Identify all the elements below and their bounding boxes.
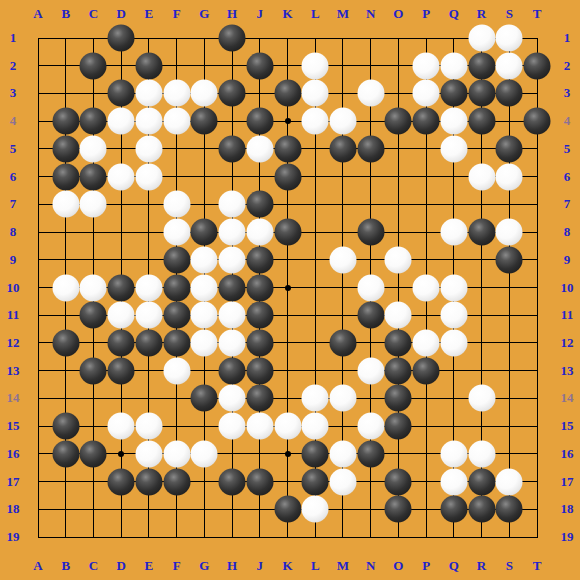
stone-white-g9[interactable] <box>191 246 218 273</box>
stone-black-o17[interactable] <box>385 468 412 495</box>
stone-white-c7[interactable] <box>80 191 107 218</box>
stone-white-s2[interactable] <box>496 52 523 79</box>
stone-black-l16[interactable] <box>302 440 329 467</box>
coord-bottom-e: E <box>145 558 154 574</box>
stone-black-k8[interactable] <box>274 219 301 246</box>
coord-left-16: 16 <box>7 446 20 462</box>
stone-white-h14[interactable] <box>219 385 246 412</box>
coord-right-6: 6 <box>564 169 571 185</box>
coord-bottom-n: N <box>366 558 375 574</box>
coord-top-c: C <box>89 6 98 22</box>
coord-top-h: H <box>227 6 237 22</box>
coord-top-e: E <box>145 6 154 22</box>
stone-white-q11[interactable] <box>440 302 467 329</box>
coord-left-4: 4 <box>10 113 17 129</box>
coord-bottom-a: A <box>33 558 42 574</box>
coord-right-9: 9 <box>564 252 571 268</box>
coord-bottom-l: L <box>311 558 320 574</box>
stone-white-g10[interactable] <box>191 274 218 301</box>
stone-black-l17[interactable] <box>302 468 329 495</box>
stone-white-p10[interactable] <box>413 274 440 301</box>
stone-black-h13[interactable] <box>219 357 246 384</box>
stone-white-e3[interactable] <box>135 80 162 107</box>
star-point-k10 <box>285 285 291 291</box>
coord-top-j: J <box>257 6 264 22</box>
stone-white-q17[interactable] <box>440 468 467 495</box>
stone-white-f3[interactable] <box>163 80 190 107</box>
stone-black-h5[interactable] <box>219 135 246 162</box>
coord-left-9: 9 <box>10 252 17 268</box>
stone-white-s6[interactable] <box>496 163 523 190</box>
coord-bottom-p: P <box>422 558 430 574</box>
coord-bottom-d: D <box>116 558 125 574</box>
stone-black-r2[interactable] <box>468 52 495 79</box>
stone-white-q12[interactable] <box>440 329 467 356</box>
coord-bottom-m: M <box>337 558 349 574</box>
stone-white-e10[interactable] <box>135 274 162 301</box>
coord-bottom-s: S <box>506 558 513 574</box>
stone-white-j15[interactable] <box>246 413 273 440</box>
stone-black-h17[interactable] <box>219 468 246 495</box>
stone-black-k5[interactable] <box>274 135 301 162</box>
coord-left-15: 15 <box>7 418 20 434</box>
coord-left-5: 5 <box>10 141 17 157</box>
coord-top-t: T <box>533 6 542 22</box>
stone-black-h3[interactable] <box>219 80 246 107</box>
coord-top-k: K <box>282 6 292 22</box>
stone-black-d12[interactable] <box>108 329 135 356</box>
star-point-d16 <box>118 451 124 457</box>
stone-black-k3[interactable] <box>274 80 301 107</box>
stone-white-e11[interactable] <box>135 302 162 329</box>
stone-white-m4[interactable] <box>329 108 356 135</box>
stone-black-b6[interactable] <box>52 163 79 190</box>
stone-white-b7[interactable] <box>52 191 79 218</box>
coord-top-b: B <box>61 6 70 22</box>
stone-black-s9[interactable] <box>496 246 523 273</box>
stone-white-p2[interactable] <box>413 52 440 79</box>
coord-left-13: 13 <box>7 363 20 379</box>
coord-bottom-q: Q <box>449 558 459 574</box>
coord-right-11: 11 <box>561 307 573 323</box>
coord-right-7: 7 <box>564 196 571 212</box>
coord-top-r: R <box>477 6 486 22</box>
stone-black-g4[interactable] <box>191 108 218 135</box>
star-point-k4 <box>285 118 291 124</box>
coord-left-14: 14 <box>7 390 20 406</box>
coord-top-a: A <box>33 6 42 22</box>
coord-bottom-c: C <box>89 558 98 574</box>
stone-white-e6[interactable] <box>135 163 162 190</box>
coord-right-1: 1 <box>564 30 571 46</box>
stone-white-b10[interactable] <box>52 274 79 301</box>
stone-black-s5[interactable] <box>496 135 523 162</box>
stone-black-k6[interactable] <box>274 163 301 190</box>
stone-black-f12[interactable] <box>163 329 190 356</box>
stone-black-r18[interactable] <box>468 496 495 523</box>
stone-white-n3[interactable] <box>357 80 384 107</box>
coord-left-8: 8 <box>10 224 17 240</box>
stone-black-m12[interactable] <box>329 329 356 356</box>
stone-white-r14[interactable] <box>468 385 495 412</box>
coord-right-10: 10 <box>561 280 574 296</box>
stone-white-q5[interactable] <box>440 135 467 162</box>
stone-white-r1[interactable] <box>468 25 495 52</box>
grid-vertical-line <box>509 38 510 538</box>
stone-white-p12[interactable] <box>413 329 440 356</box>
stone-white-g11[interactable] <box>191 302 218 329</box>
stone-white-m17[interactable] <box>329 468 356 495</box>
coord-left-1: 1 <box>10 30 17 46</box>
stone-white-s8[interactable] <box>496 219 523 246</box>
stone-black-o14[interactable] <box>385 385 412 412</box>
coord-left-3: 3 <box>10 85 17 101</box>
stone-white-f13[interactable] <box>163 357 190 384</box>
coord-right-17: 17 <box>561 474 574 490</box>
stone-black-c2[interactable] <box>80 52 107 79</box>
coord-right-13: 13 <box>561 363 574 379</box>
coord-bottom-k: K <box>282 558 292 574</box>
stone-black-m5[interactable] <box>329 135 356 162</box>
stone-white-o11[interactable] <box>385 302 412 329</box>
stone-white-s17[interactable] <box>496 468 523 495</box>
stone-white-q8[interactable] <box>440 219 467 246</box>
coord-right-4: 4 <box>564 113 571 129</box>
stone-black-s18[interactable] <box>496 496 523 523</box>
coord-top-n: N <box>366 6 375 22</box>
stone-white-h8[interactable] <box>219 219 246 246</box>
coord-right-2: 2 <box>564 58 571 74</box>
stone-black-b12[interactable] <box>52 329 79 356</box>
stone-white-m14[interactable] <box>329 385 356 412</box>
stone-white-j8[interactable] <box>246 219 273 246</box>
coord-left-18: 18 <box>7 501 20 517</box>
stone-black-j11[interactable] <box>246 302 273 329</box>
stone-white-e16[interactable] <box>135 440 162 467</box>
stone-white-c5[interactable] <box>80 135 107 162</box>
stone-black-k18[interactable] <box>274 496 301 523</box>
stone-black-r4[interactable] <box>468 108 495 135</box>
coord-bottom-f: F <box>173 558 181 574</box>
stone-black-h1[interactable] <box>219 25 246 52</box>
stone-white-e5[interactable] <box>135 135 162 162</box>
stone-black-j13[interactable] <box>246 357 273 384</box>
stone-black-h10[interactable] <box>219 274 246 301</box>
stone-black-e12[interactable] <box>135 329 162 356</box>
stone-black-c13[interactable] <box>80 357 107 384</box>
stone-black-c4[interactable] <box>80 108 107 135</box>
stone-white-g12[interactable] <box>191 329 218 356</box>
stone-black-q3[interactable] <box>440 80 467 107</box>
stone-black-c6[interactable] <box>80 163 107 190</box>
stone-black-j10[interactable] <box>246 274 273 301</box>
stone-black-r8[interactable] <box>468 219 495 246</box>
stone-white-g3[interactable] <box>191 80 218 107</box>
stone-black-j14[interactable] <box>246 385 273 412</box>
stone-white-m16[interactable] <box>329 440 356 467</box>
stone-black-n11[interactable] <box>357 302 384 329</box>
coord-right-16: 16 <box>561 446 574 462</box>
stone-black-d13[interactable] <box>108 357 135 384</box>
coord-bottom-g: G <box>199 558 209 574</box>
stone-black-b5[interactable] <box>52 135 79 162</box>
stone-black-r17[interactable] <box>468 468 495 495</box>
coord-right-12: 12 <box>561 335 574 351</box>
stone-black-g8[interactable] <box>191 219 218 246</box>
coord-bottom-r: R <box>477 558 486 574</box>
stone-white-h9[interactable] <box>219 246 246 273</box>
stone-black-s3[interactable] <box>496 80 523 107</box>
stone-black-r3[interactable] <box>468 80 495 107</box>
stone-white-d4[interactable] <box>108 108 135 135</box>
stone-black-o18[interactable] <box>385 496 412 523</box>
stone-black-d3[interactable] <box>108 80 135 107</box>
stone-white-l3[interactable] <box>302 80 329 107</box>
stone-black-t2[interactable] <box>524 52 551 79</box>
coord-right-15: 15 <box>561 418 574 434</box>
stone-white-k15[interactable] <box>274 413 301 440</box>
stone-black-o4[interactable] <box>385 108 412 135</box>
stone-white-q16[interactable] <box>440 440 467 467</box>
coord-right-3: 3 <box>564 85 571 101</box>
stone-white-l4[interactable] <box>302 108 329 135</box>
stone-black-j4[interactable] <box>246 108 273 135</box>
stone-white-q10[interactable] <box>440 274 467 301</box>
stone-black-n16[interactable] <box>357 440 384 467</box>
coord-top-q: Q <box>449 6 459 22</box>
stone-white-n10[interactable] <box>357 274 384 301</box>
coord-left-17: 17 <box>7 474 20 490</box>
stone-black-f11[interactable] <box>163 302 190 329</box>
coord-bottom-t: T <box>533 558 542 574</box>
stone-white-h11[interactable] <box>219 302 246 329</box>
stone-black-j17[interactable] <box>246 468 273 495</box>
coord-left-2: 2 <box>10 58 17 74</box>
stone-black-q18[interactable] <box>440 496 467 523</box>
stone-white-h12[interactable] <box>219 329 246 356</box>
stone-black-d10[interactable] <box>108 274 135 301</box>
stone-black-p13[interactable] <box>413 357 440 384</box>
coord-bottom-b: B <box>61 558 70 574</box>
stone-white-g16[interactable] <box>191 440 218 467</box>
stone-black-g14[interactable] <box>191 385 218 412</box>
stone-black-p4[interactable] <box>413 108 440 135</box>
stone-black-c11[interactable] <box>80 302 107 329</box>
stone-black-f10[interactable] <box>163 274 190 301</box>
stone-white-h15[interactable] <box>219 413 246 440</box>
stone-black-e17[interactable] <box>135 468 162 495</box>
coord-top-o: O <box>393 6 403 22</box>
stone-black-o12[interactable] <box>385 329 412 356</box>
coord-top-m: M <box>337 6 349 22</box>
stone-white-p3[interactable] <box>413 80 440 107</box>
stone-black-j2[interactable] <box>246 52 273 79</box>
stone-black-j12[interactable] <box>246 329 273 356</box>
stone-white-c10[interactable] <box>80 274 107 301</box>
stone-white-j5[interactable] <box>246 135 273 162</box>
stone-black-f17[interactable] <box>163 468 190 495</box>
coord-left-12: 12 <box>7 335 20 351</box>
stone-black-n5[interactable] <box>357 135 384 162</box>
coord-left-10: 10 <box>7 280 20 296</box>
stone-white-q4[interactable] <box>440 108 467 135</box>
stone-black-b4[interactable] <box>52 108 79 135</box>
stone-white-r6[interactable] <box>468 163 495 190</box>
stone-white-l14[interactable] <box>302 385 329 412</box>
stone-black-d1[interactable] <box>108 25 135 52</box>
stone-white-d11[interactable] <box>108 302 135 329</box>
coord-left-11: 11 <box>7 307 19 323</box>
stone-white-h7[interactable] <box>219 191 246 218</box>
coord-top-l: L <box>311 6 320 22</box>
coord-bottom-j: J <box>257 558 264 574</box>
stone-black-o13[interactable] <box>385 357 412 384</box>
stone-white-q2[interactable] <box>440 52 467 79</box>
coord-top-f: F <box>173 6 181 22</box>
stone-white-e15[interactable] <box>135 413 162 440</box>
stone-black-b16[interactable] <box>52 440 79 467</box>
coord-right-8: 8 <box>564 224 571 240</box>
stone-white-f4[interactable] <box>163 108 190 135</box>
stone-white-d6[interactable] <box>108 163 135 190</box>
coord-left-6: 6 <box>10 169 17 185</box>
stone-white-l18[interactable] <box>302 496 329 523</box>
coord-right-5: 5 <box>564 141 571 157</box>
coord-top-d: D <box>116 6 125 22</box>
stone-black-t4[interactable] <box>524 108 551 135</box>
star-point-k16 <box>285 451 291 457</box>
stone-white-s1[interactable] <box>496 25 523 52</box>
stone-white-r16[interactable] <box>468 440 495 467</box>
go-board[interactable]: AABBCCDDEEFFGGHHJJKKLLMMNNOOPPQQRRSSTT11… <box>0 0 580 580</box>
coord-right-19: 19 <box>561 529 574 545</box>
coord-top-g: G <box>199 6 209 22</box>
coord-left-19: 19 <box>7 529 20 545</box>
stone-black-n8[interactable] <box>357 219 384 246</box>
stone-white-f8[interactable] <box>163 219 190 246</box>
grid-horizontal-line <box>38 537 538 538</box>
coord-left-7: 7 <box>10 196 17 212</box>
stone-black-d17[interactable] <box>108 468 135 495</box>
stone-white-o9[interactable] <box>385 246 412 273</box>
stone-black-e2[interactable] <box>135 52 162 79</box>
stone-black-o15[interactable] <box>385 413 412 440</box>
stone-white-f7[interactable] <box>163 191 190 218</box>
coord-right-14: 14 <box>561 390 574 406</box>
stone-white-d15[interactable] <box>108 413 135 440</box>
stone-white-n13[interactable] <box>357 357 384 384</box>
coord-top-s: S <box>506 6 513 22</box>
stone-white-l2[interactable] <box>302 52 329 79</box>
stone-black-j7[interactable] <box>246 191 273 218</box>
grid-horizontal-line <box>38 398 538 399</box>
stone-white-n15[interactable] <box>357 413 384 440</box>
stone-black-c16[interactable] <box>80 440 107 467</box>
stone-black-f9[interactable] <box>163 246 190 273</box>
stone-white-m9[interactable] <box>329 246 356 273</box>
stone-white-f16[interactable] <box>163 440 190 467</box>
stone-black-j9[interactable] <box>246 246 273 273</box>
stone-white-e4[interactable] <box>135 108 162 135</box>
coord-top-p: P <box>422 6 430 22</box>
coord-right-18: 18 <box>561 501 574 517</box>
stone-white-l15[interactable] <box>302 413 329 440</box>
stone-black-b15[interactable] <box>52 413 79 440</box>
coord-bottom-h: H <box>227 558 237 574</box>
coord-bottom-o: O <box>393 558 403 574</box>
